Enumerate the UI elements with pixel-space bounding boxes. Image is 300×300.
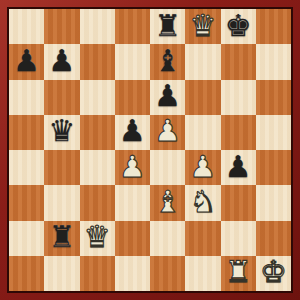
piece-white-queen[interactable]: ♛ — [84, 222, 111, 252]
piece-white-king[interactable]: ♚ — [260, 257, 287, 287]
piece-white-bishop[interactable]: ♝ — [154, 187, 181, 217]
square-h1[interactable]: ♚ — [256, 256, 291, 291]
square-f8[interactable]: ♛ — [185, 9, 220, 44]
square-b6[interactable] — [44, 80, 79, 115]
square-h8[interactable] — [256, 9, 291, 44]
square-g8[interactable]: ♚ — [221, 9, 256, 44]
square-h4[interactable] — [256, 150, 291, 185]
square-a8[interactable] — [9, 9, 44, 44]
square-f6[interactable] — [185, 80, 220, 115]
square-e7[interactable]: ♝ — [150, 44, 185, 79]
piece-black-rook[interactable]: ♜ — [154, 11, 181, 41]
square-g1[interactable]: ♜ — [221, 256, 256, 291]
square-h5[interactable] — [256, 115, 291, 150]
square-b2[interactable]: ♜ — [44, 221, 79, 256]
square-g6[interactable] — [221, 80, 256, 115]
piece-white-queen[interactable]: ♛ — [189, 11, 216, 41]
square-a6[interactable] — [9, 80, 44, 115]
square-b1[interactable] — [44, 256, 79, 291]
square-f7[interactable] — [185, 44, 220, 79]
square-c7[interactable] — [80, 44, 115, 79]
square-g7[interactable] — [221, 44, 256, 79]
piece-black-bishop[interactable]: ♝ — [154, 46, 181, 76]
square-d3[interactable] — [115, 185, 150, 220]
piece-black-pawn[interactable]: ♟ — [225, 152, 252, 182]
square-d7[interactable] — [115, 44, 150, 79]
square-h7[interactable] — [256, 44, 291, 79]
square-h3[interactable] — [256, 185, 291, 220]
piece-black-pawn[interactable]: ♟ — [154, 81, 181, 111]
piece-white-pawn[interactable]: ♟ — [189, 152, 216, 182]
square-f5[interactable] — [185, 115, 220, 150]
square-f3[interactable]: ♞ — [185, 185, 220, 220]
square-g3[interactable] — [221, 185, 256, 220]
square-h6[interactable] — [256, 80, 291, 115]
square-b4[interactable] — [44, 150, 79, 185]
square-d6[interactable] — [115, 80, 150, 115]
square-g5[interactable] — [221, 115, 256, 150]
square-c8[interactable] — [80, 9, 115, 44]
chess-board: ♜♛♚♟♟♝♟♛♟♟♟♟♟♝♞♜♛♜♚ — [9, 9, 291, 291]
square-e2[interactable] — [150, 221, 185, 256]
piece-white-knight[interactable]: ♞ — [189, 187, 216, 217]
square-e4[interactable] — [150, 150, 185, 185]
piece-black-queen[interactable]: ♛ — [48, 116, 75, 146]
square-e1[interactable] — [150, 256, 185, 291]
square-c5[interactable] — [80, 115, 115, 150]
piece-white-rook[interactable]: ♜ — [225, 257, 252, 287]
piece-white-pawn[interactable]: ♟ — [119, 152, 146, 182]
square-e5[interactable]: ♟ — [150, 115, 185, 150]
square-e6[interactable]: ♟ — [150, 80, 185, 115]
square-g2[interactable] — [221, 221, 256, 256]
square-f2[interactable] — [185, 221, 220, 256]
piece-white-pawn[interactable]: ♟ — [154, 116, 181, 146]
square-b8[interactable] — [44, 9, 79, 44]
square-c1[interactable] — [80, 256, 115, 291]
square-a3[interactable] — [9, 185, 44, 220]
square-c2[interactable]: ♛ — [80, 221, 115, 256]
piece-black-pawn[interactable]: ♟ — [13, 46, 40, 76]
square-f1[interactable] — [185, 256, 220, 291]
square-d2[interactable] — [115, 221, 150, 256]
piece-black-pawn[interactable]: ♟ — [48, 46, 75, 76]
square-a5[interactable] — [9, 115, 44, 150]
square-g4[interactable]: ♟ — [221, 150, 256, 185]
square-e3[interactable]: ♝ — [150, 185, 185, 220]
square-c6[interactable] — [80, 80, 115, 115]
square-h2[interactable] — [256, 221, 291, 256]
square-b5[interactable]: ♛ — [44, 115, 79, 150]
piece-black-king[interactable]: ♚ — [225, 11, 252, 41]
square-d8[interactable] — [115, 9, 150, 44]
square-a1[interactable] — [9, 256, 44, 291]
square-b7[interactable]: ♟ — [44, 44, 79, 79]
square-f4[interactable]: ♟ — [185, 150, 220, 185]
square-d1[interactable] — [115, 256, 150, 291]
square-c4[interactable] — [80, 150, 115, 185]
square-c3[interactable] — [80, 185, 115, 220]
piece-black-rook[interactable]: ♜ — [48, 222, 75, 252]
square-a2[interactable] — [9, 221, 44, 256]
square-a7[interactable]: ♟ — [9, 44, 44, 79]
square-e8[interactable]: ♜ — [150, 9, 185, 44]
square-b3[interactable] — [44, 185, 79, 220]
square-a4[interactable] — [9, 150, 44, 185]
piece-black-pawn[interactable]: ♟ — [119, 116, 146, 146]
square-d5[interactable]: ♟ — [115, 115, 150, 150]
board-frame: ♜♛♚♟♟♝♟♛♟♟♟♟♟♝♞♜♛♜♚ — [0, 0, 300, 300]
square-d4[interactable]: ♟ — [115, 150, 150, 185]
